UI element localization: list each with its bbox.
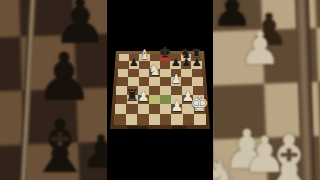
bg-piece-dark-pawn: ♟ [80,129,107,175]
screenshot-stage: ♟♟♝♟ ♟♟♟♟♟♝♞ ♝♚♞♜♟♟♟♟♞♟♜♟♟♟♚ [0,0,320,180]
piece-white-pawn-f2[interactable]: ♟ [170,99,183,114]
piece-white-pawn-f5[interactable]: ♟ [171,73,182,85]
bg-square [0,37,22,93]
chess-board-3d[interactable]: ♝♚♞♜♟♟♟♟♞♟♜♟♟♟♚ [110,51,210,131]
bg-piece-light-bishop: ♝ [256,125,320,180]
piece-white-knight-d6[interactable]: ♞ [148,62,161,76]
piece-layer: ♝♚♞♜♟♟♟♟♞♟♜♟♟♟♚ [110,51,210,131]
piece-black-king-e8[interactable]: ♚ [159,46,172,61]
background-right-strip: ♟♟♟♟♟♝♞ [213,0,320,180]
piece-black-pawn-b7[interactable]: ♟ [129,58,139,69]
bg-square [0,0,20,39]
bg-piece-light-pawn: ♟ [239,25,280,71]
piece-black-pawn-h7[interactable]: ♟ [192,58,202,69]
piece-white-king-h2[interactable]: ♚ [190,93,209,114]
piece-white-bishop-c8[interactable]: ♝ [139,48,151,61]
piece-black-pawn-f7[interactable]: ♟ [171,58,181,69]
bg-piece-dark-pawn: ♟ [34,45,93,111]
piece-white-pawn-c3[interactable]: ♟ [137,90,149,104]
bg-piece-light-knight: ♞ [213,154,239,180]
bg-square [314,0,320,28]
piece-black-pawn-g7[interactable]: ♟ [181,58,191,69]
background-left-strip: ♟♟♝♟ [0,0,107,180]
